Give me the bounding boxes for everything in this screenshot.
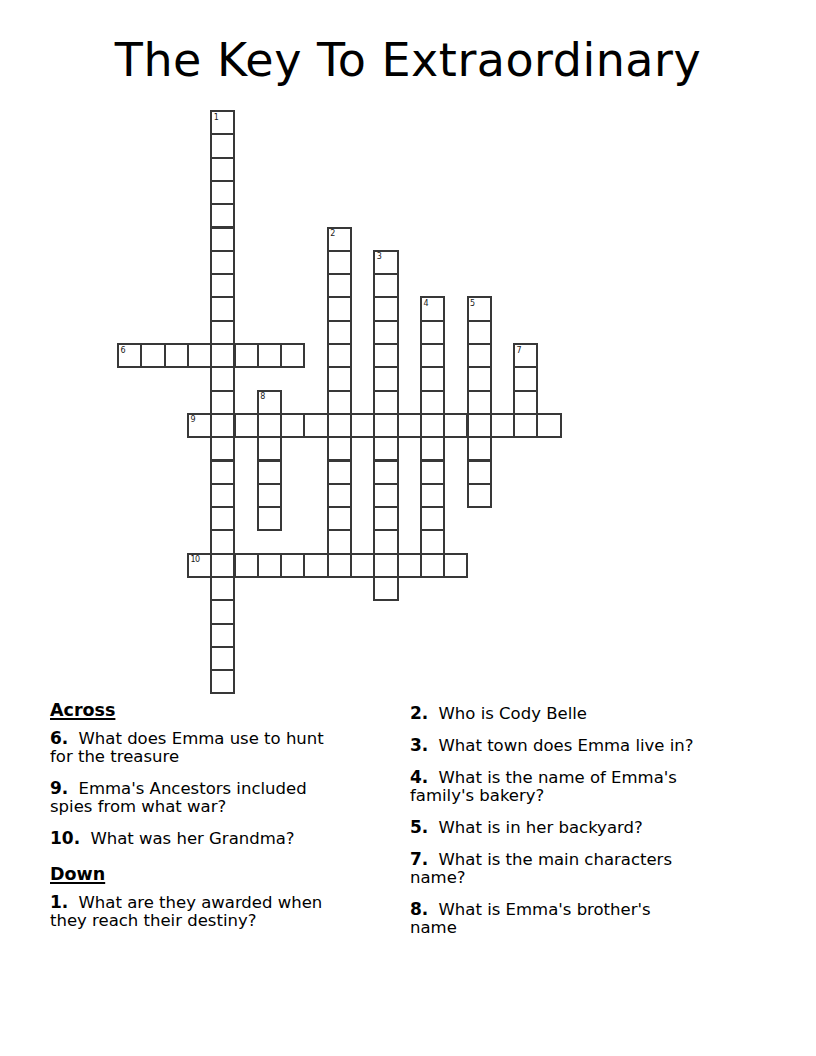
cell-r15-c6[interactable]	[257, 460, 282, 485]
cell-r11-c9[interactable]	[327, 366, 352, 391]
cell-r13-c10[interactable]	[350, 413, 375, 438]
cell-r22-c4[interactable]	[210, 623, 235, 648]
cell-r13-c16[interactable]	[490, 413, 515, 438]
cell-number-8: 8	[260, 392, 265, 401]
cell-r21-c4[interactable]	[210, 599, 235, 624]
cell-r5-c9[interactable]: 2	[327, 227, 352, 252]
down-heading: Down	[50, 864, 395, 885]
cell-r13-c14[interactable]	[443, 413, 468, 438]
cell-r16-c6[interactable]	[257, 483, 282, 508]
clue-text: What is Emma's brother's name	[410, 900, 651, 937]
cell-r10-c7[interactable]	[280, 343, 305, 368]
cell-r10-c3[interactable]	[187, 343, 212, 368]
clue-text: What was her Grandma?	[90, 829, 294, 848]
cell-number-7: 7	[517, 346, 522, 355]
cell-r11-c11[interactable]	[373, 366, 398, 391]
cell-r10-c5[interactable]	[234, 343, 259, 368]
cell-r8-c11[interactable]	[373, 296, 398, 321]
cell-r9-c15[interactable]	[467, 320, 492, 345]
clue-across-9: 9. Emma's Ancestors included spies from …	[50, 779, 395, 816]
cell-r19-c12[interactable]	[397, 553, 422, 578]
clue-down-8: 8. What is Emma's brother's name	[410, 900, 770, 937]
cell-r16-c15[interactable]	[467, 483, 492, 508]
cell-r10-c9[interactable]	[327, 343, 352, 368]
cell-r20-c4[interactable]	[210, 576, 235, 601]
cell-r15-c4[interactable]	[210, 460, 235, 485]
cell-r7-c11[interactable]	[373, 273, 398, 298]
clue-text: What does Emma use to hunt for the treas…	[50, 729, 324, 766]
cell-r12-c15[interactable]	[467, 390, 492, 415]
cell-r18-c11[interactable]	[373, 529, 398, 554]
cell-r8-c13[interactable]: 4	[420, 296, 445, 321]
cell-number-6: 6	[121, 346, 126, 355]
clue-text: What town does Emma live in?	[439, 736, 694, 755]
cell-r14-c4[interactable]	[210, 436, 235, 461]
cell-r19-c8[interactable]	[303, 553, 328, 578]
cell-r16-c9[interactable]	[327, 483, 352, 508]
cell-r11-c13[interactable]	[420, 366, 445, 391]
cell-r19-c10[interactable]	[350, 553, 375, 578]
cell-r13-c6[interactable]	[257, 413, 282, 438]
cell-number-1: 1	[214, 113, 219, 122]
across-heading: Across	[50, 700, 395, 721]
cell-r17-c11[interactable]	[373, 506, 398, 531]
down-clue-list-left: 1. What are they awarded when they reach…	[50, 893, 395, 930]
cell-r17-c9[interactable]	[327, 506, 352, 531]
clue-number: 4.	[410, 767, 428, 787]
cell-r19-c11[interactable]	[373, 553, 398, 578]
clue-down-1: 1. What are they awarded when they reach…	[50, 893, 395, 930]
cell-r16-c4[interactable]	[210, 483, 235, 508]
cell-r0-c4[interactable]: 1	[210, 110, 235, 135]
clue-number: 6.	[50, 728, 68, 748]
cell-r9-c11[interactable]	[373, 320, 398, 345]
cell-r10-c4[interactable]	[210, 343, 235, 368]
clue-text: What is the name of Emma's family's bake…	[410, 768, 677, 805]
cell-r10-c6[interactable]	[257, 343, 282, 368]
across-clue-list: 6. What does Emma use to hunt for the tr…	[50, 729, 395, 848]
clue-down-5: 5. What is in her backyard?	[410, 818, 770, 837]
cell-r17-c6[interactable]	[257, 506, 282, 531]
clues-right-column: 2. Who is Cody Belle3. What town does Em…	[410, 704, 770, 950]
cell-r14-c9[interactable]	[327, 436, 352, 461]
cell-number-4: 4	[423, 299, 428, 308]
puzzle-title: The Key To Extraordinary	[0, 33, 816, 87]
cell-r18-c13[interactable]	[420, 529, 445, 554]
cell-r15-c15[interactable]	[467, 460, 492, 485]
cell-r7-c4[interactable]	[210, 273, 235, 298]
cell-r14-c6[interactable]	[257, 436, 282, 461]
cell-r16-c11[interactable]	[373, 483, 398, 508]
cell-r13-c17[interactable]	[513, 413, 538, 438]
cell-r14-c15[interactable]	[467, 436, 492, 461]
cell-r12-c13[interactable]	[420, 390, 445, 415]
cell-r13-c15[interactable]	[467, 413, 492, 438]
cell-r10-c17[interactable]: 7	[513, 343, 538, 368]
clue-number: 5.	[410, 817, 428, 837]
worksheet-page: The Key To Extraordinary 12345678910 Acr…	[0, 0, 816, 1056]
cell-r19-c13[interactable]	[420, 553, 445, 578]
cell-r13-c13[interactable]	[420, 413, 445, 438]
cell-r11-c4[interactable]	[210, 366, 235, 391]
cell-r8-c4[interactable]	[210, 296, 235, 321]
cell-r15-c9[interactable]	[327, 460, 352, 485]
cell-r13-c3[interactable]: 9	[187, 413, 212, 438]
cell-r10-c0[interactable]: 6	[117, 343, 142, 368]
cell-r19-c6[interactable]	[257, 553, 282, 578]
clue-text: Who is Cody Belle	[439, 704, 587, 723]
cell-r15-c11[interactable]	[373, 460, 398, 485]
cell-r6-c4[interactable]	[210, 250, 235, 275]
cell-r23-c4[interactable]	[210, 646, 235, 671]
cell-r6-c11[interactable]: 3	[373, 250, 398, 275]
cell-r19-c14[interactable]	[443, 553, 468, 578]
cell-r10-c15[interactable]	[467, 343, 492, 368]
clue-text: What is in her backyard?	[439, 818, 643, 837]
cell-r13-c5[interactable]	[234, 413, 259, 438]
clues-left-column: Across 6. What does Emma use to hunt for…	[50, 700, 395, 943]
cell-r13-c9[interactable]	[327, 413, 352, 438]
cell-number-3: 3	[377, 252, 382, 261]
cell-r10-c13[interactable]	[420, 343, 445, 368]
cell-r10-c2[interactable]	[164, 343, 189, 368]
cell-r17-c4[interactable]	[210, 506, 235, 531]
cell-r4-c4[interactable]	[210, 203, 235, 228]
cell-r13-c11[interactable]	[373, 413, 398, 438]
cell-r19-c7[interactable]	[280, 553, 305, 578]
clue-number: 2.	[410, 703, 428, 723]
cell-r24-c4[interactable]	[210, 669, 235, 694]
clue-number: 1.	[50, 892, 68, 912]
cell-r16-c13[interactable]	[420, 483, 445, 508]
cell-r11-c15[interactable]	[467, 366, 492, 391]
clue-down-3: 3. What town does Emma live in?	[410, 736, 770, 755]
cell-number-5: 5	[470, 299, 475, 308]
clue-across-10: 10. What was her Grandma?	[50, 829, 395, 848]
cell-r11-c17[interactable]	[513, 366, 538, 391]
cell-r18-c9[interactable]	[327, 529, 352, 554]
cell-r14-c13[interactable]	[420, 436, 445, 461]
clue-down-2: 2. Who is Cody Belle	[410, 704, 770, 723]
cell-number-10: 10	[190, 555, 199, 564]
cell-r8-c9[interactable]	[327, 296, 352, 321]
cell-r13-c18[interactable]	[536, 413, 561, 438]
cell-r12-c17[interactable]	[513, 390, 538, 415]
cell-r19-c4[interactable]	[210, 553, 235, 578]
clue-number: 9.	[50, 778, 68, 798]
cell-r15-c13[interactable]	[420, 460, 445, 485]
cell-r5-c4[interactable]	[210, 227, 235, 252]
cell-r9-c13[interactable]	[420, 320, 445, 345]
cell-r10-c11[interactable]	[373, 343, 398, 368]
cell-r12-c6[interactable]: 8	[257, 390, 282, 415]
clue-down-7: 7. What is the main characters name?	[410, 850, 770, 887]
cell-number-9: 9	[190, 415, 195, 424]
cell-r6-c9[interactable]	[327, 250, 352, 275]
cell-r9-c4[interactable]	[210, 320, 235, 345]
cell-r19-c5[interactable]	[234, 553, 259, 578]
clue-across-6: 6. What does Emma use to hunt for the tr…	[50, 729, 395, 766]
cell-r12-c9[interactable]	[327, 390, 352, 415]
down-clue-list-right: 2. Who is Cody Belle3. What town does Em…	[410, 704, 770, 937]
cell-r19-c3[interactable]: 10	[187, 553, 212, 578]
clue-number: 3.	[410, 735, 428, 755]
clue-number: 7.	[410, 849, 428, 869]
cell-r12-c11[interactable]	[373, 390, 398, 415]
clue-text: What are they awarded when they reach th…	[50, 893, 322, 930]
cell-r12-c4[interactable]	[210, 390, 235, 415]
cell-number-2: 2	[330, 229, 335, 238]
cell-r2-c4[interactable]	[210, 157, 235, 182]
crossword-board: 12345678910	[117, 110, 563, 696]
clue-text: Emma's Ancestors included spies from wha…	[50, 779, 307, 816]
clue-text: What is the main characters name?	[410, 850, 672, 887]
clue-number: 8.	[410, 899, 428, 919]
cell-r3-c4[interactable]	[210, 180, 235, 205]
cell-r9-c9[interactable]	[327, 320, 352, 345]
cell-r18-c4[interactable]	[210, 529, 235, 554]
cell-r13-c8[interactable]	[303, 413, 328, 438]
cell-r19-c9[interactable]	[327, 553, 352, 578]
cell-r7-c9[interactable]	[327, 273, 352, 298]
clue-down-4: 4. What is the name of Emma's family's b…	[410, 768, 770, 805]
cell-r8-c15[interactable]: 5	[467, 296, 492, 321]
cell-r13-c7[interactable]	[280, 413, 305, 438]
cell-r20-c11[interactable]	[373, 576, 398, 601]
clue-number: 10.	[50, 828, 80, 848]
cell-r1-c4[interactable]	[210, 133, 235, 158]
cell-r13-c4[interactable]	[210, 413, 235, 438]
cell-r10-c1[interactable]	[140, 343, 165, 368]
cell-r14-c11[interactable]	[373, 436, 398, 461]
cell-r17-c13[interactable]	[420, 506, 445, 531]
cell-r13-c12[interactable]	[397, 413, 422, 438]
